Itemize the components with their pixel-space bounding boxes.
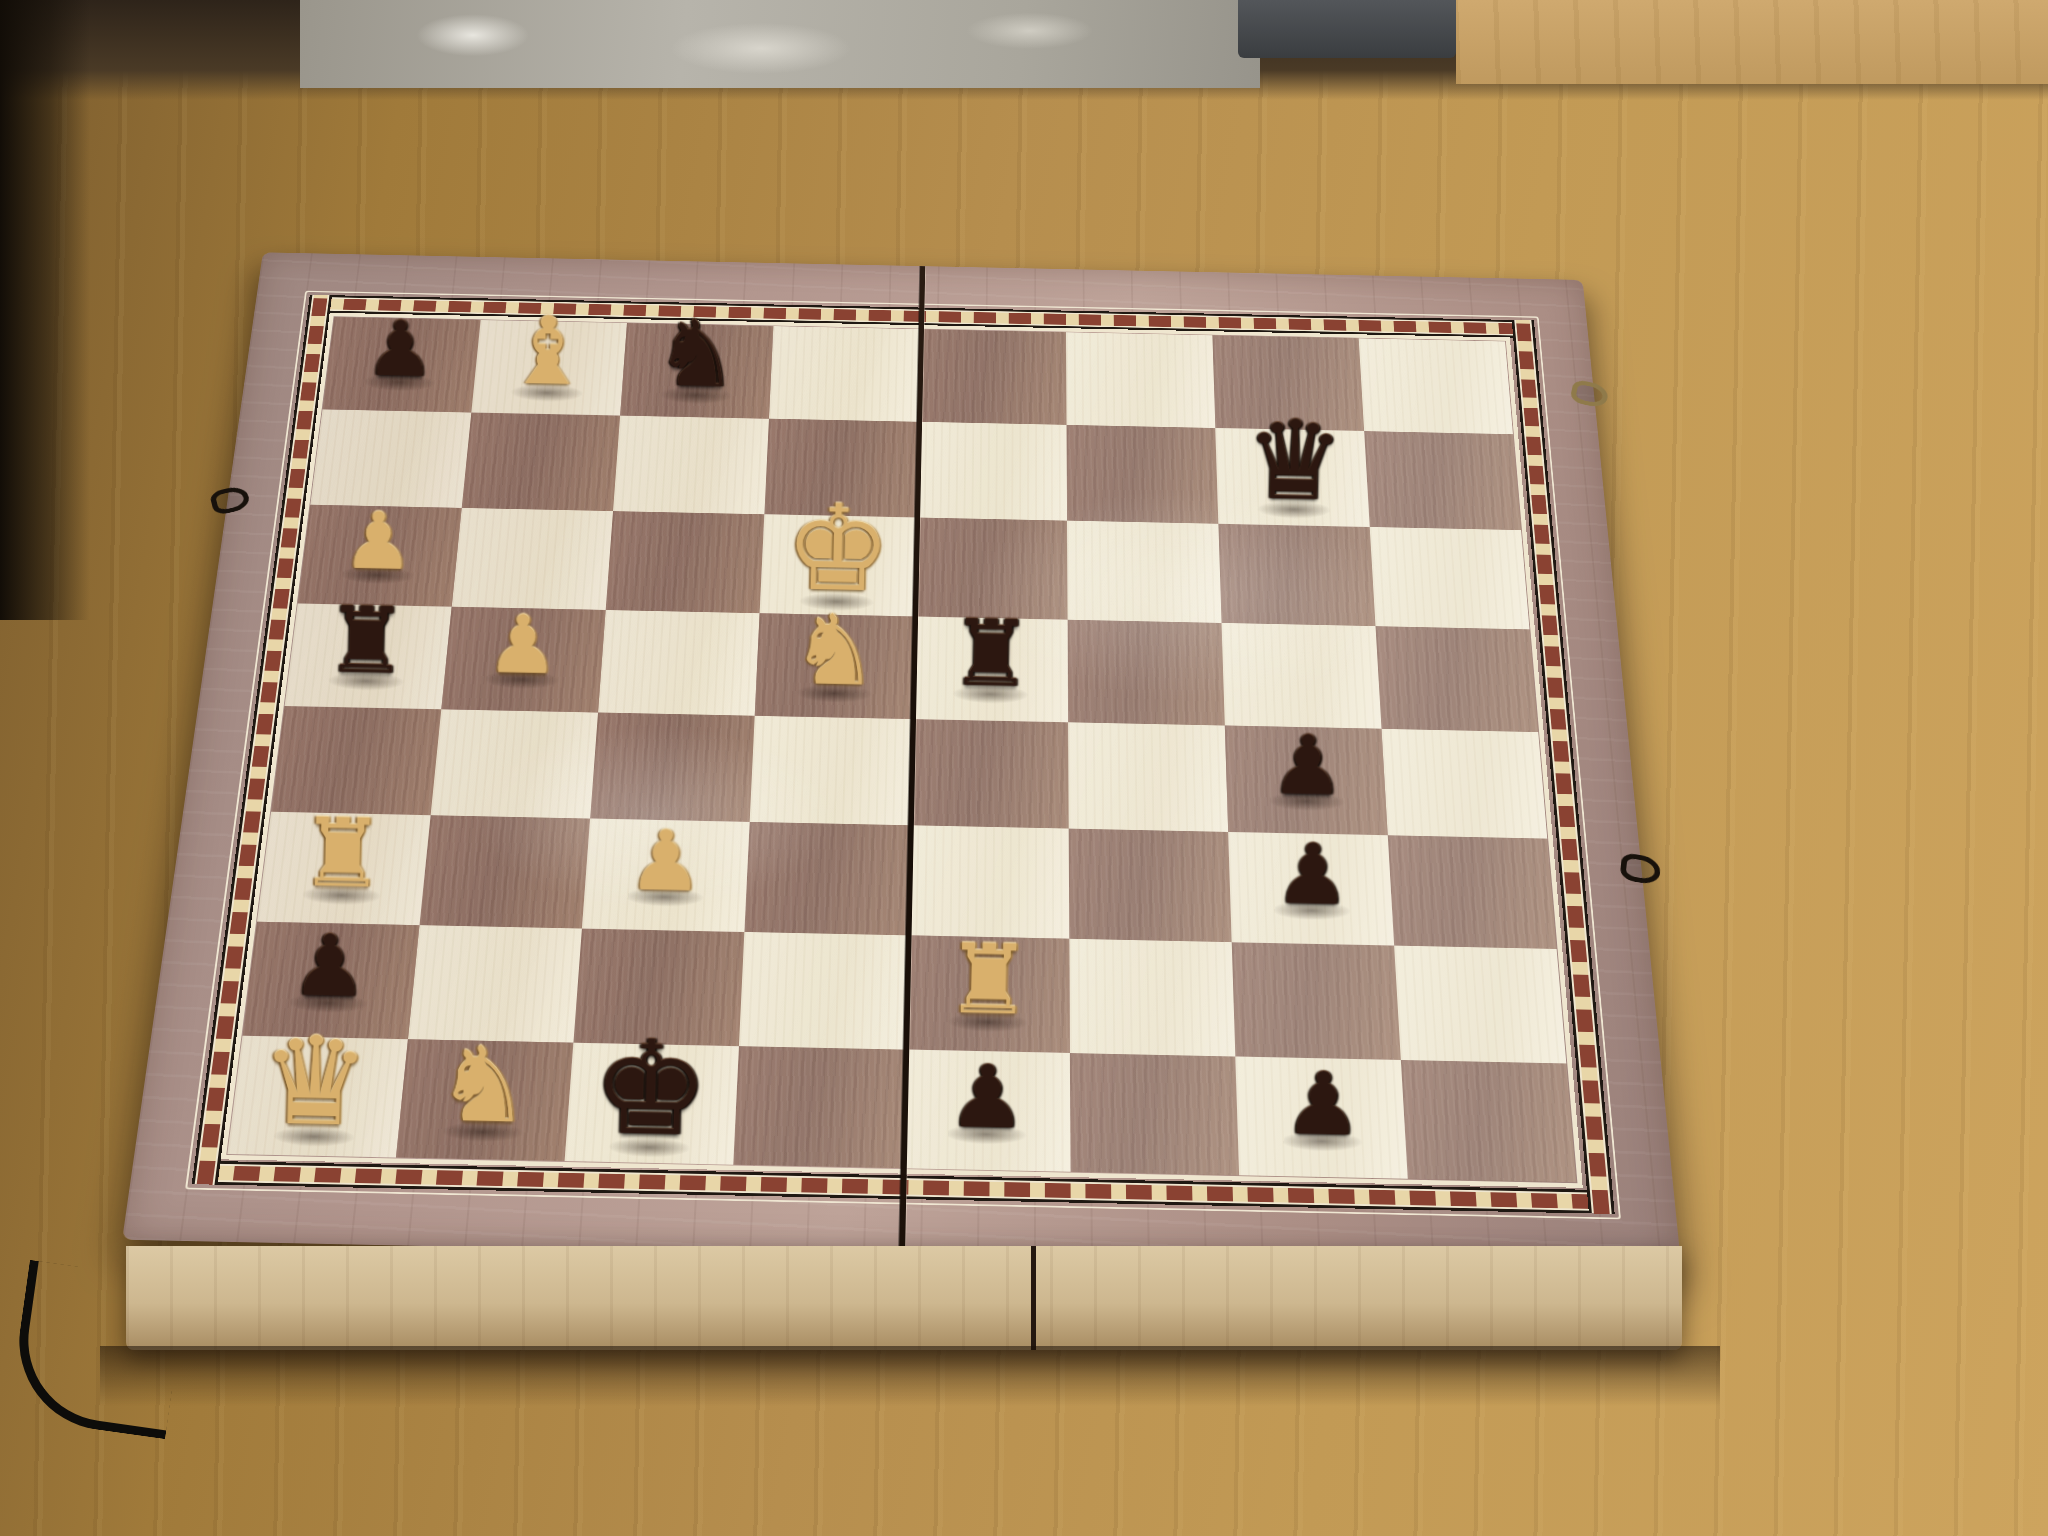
square-f5[interactable] — [1068, 620, 1225, 726]
box-front-face — [126, 1246, 1682, 1350]
black-pawn-g3[interactable]: ♟ — [1274, 832, 1350, 917]
square-e4[interactable] — [909, 719, 1069, 829]
black-pawn-e1[interactable]: ♟ — [948, 1053, 1027, 1141]
square-g3[interactable]: ♟ — [1228, 832, 1394, 946]
white-pawn-b5[interactable]: ♟ — [486, 604, 560, 686]
square-a5[interactable]: ♜ — [285, 604, 452, 710]
square-h7[interactable] — [1364, 431, 1521, 530]
white-pawn-c3[interactable]: ♟ — [627, 819, 703, 904]
square-c6[interactable] — [606, 511, 765, 613]
square-h4[interactable] — [1381, 729, 1547, 839]
white-knight-b1[interactable]: ♞ — [436, 1033, 532, 1139]
box-front-seam — [1031, 1246, 1036, 1350]
square-f4[interactable] — [1068, 722, 1228, 832]
square-b3[interactable] — [419, 815, 590, 928]
square-c4[interactable] — [590, 712, 755, 821]
shadowed-table-edge — [0, 0, 90, 620]
square-e2[interactable]: ♜ — [904, 935, 1069, 1053]
square-g7[interactable]: ♛ — [1215, 428, 1369, 527]
square-f6[interactable] — [1067, 521, 1221, 623]
black-pawn-g1[interactable]: ♟ — [1283, 1060, 1362, 1148]
square-h5[interactable] — [1376, 626, 1539, 732]
light-oak-table — [1456, 0, 2048, 84]
square-a7[interactable] — [310, 409, 471, 508]
square-g4[interactable]: ♟ — [1225, 726, 1388, 836]
square-d5[interactable]: ♞ — [755, 613, 914, 719]
square-h3[interactable] — [1388, 835, 1557, 949]
square-c8[interactable]: ♞ — [620, 323, 773, 419]
black-pawn-a2[interactable]: ♟ — [290, 923, 368, 1009]
white-queen-a1[interactable]: ♛ — [259, 1019, 371, 1143]
square-g2[interactable] — [1232, 942, 1401, 1060]
white-pawn-a6[interactable]: ♟ — [342, 501, 414, 581]
square-e3[interactable] — [907, 825, 1069, 939]
black-queen-g7[interactable]: ♛ — [1244, 404, 1344, 516]
black-knight-c8[interactable]: ♞ — [654, 308, 738, 402]
square-g6[interactable] — [1218, 524, 1375, 626]
square-b5[interactable]: ♟ — [441, 607, 605, 713]
squares-grid: ♟♝♞♛♟♚♜♟♞♜♟♜♟♟♟♜♛♞♚♟♟ — [227, 317, 1576, 1182]
square-c3[interactable]: ♟ — [582, 819, 750, 932]
white-rook-a3[interactable]: ♜ — [298, 805, 385, 901]
square-e5[interactable]: ♜ — [911, 616, 1068, 722]
square-a3[interactable]: ♜ — [257, 812, 431, 925]
black-king-c1[interactable]: ♚ — [591, 1022, 710, 1154]
black-rook-a5[interactable]: ♜ — [324, 594, 408, 687]
white-bishop-b8[interactable]: ♝ — [505, 303, 591, 398]
square-d4[interactable] — [750, 716, 912, 826]
photo-scene: ♟♝♞♛♟♚♜♟♞♜♟♜♟♟♟♜♛♞♚♟♟ — [0, 0, 2048, 1536]
square-c1[interactable]: ♚ — [565, 1043, 739, 1165]
dark-object — [1238, 0, 1456, 58]
square-f8[interactable] — [1066, 332, 1215, 428]
square-d8[interactable] — [769, 326, 920, 422]
square-h6[interactable] — [1370, 527, 1530, 629]
square-f3[interactable] — [1069, 829, 1232, 943]
square-g5[interactable] — [1222, 623, 1382, 729]
square-e8[interactable] — [918, 329, 1067, 425]
black-pawn-a8[interactable]: ♟ — [365, 311, 435, 389]
white-rook-e2[interactable]: ♜ — [944, 931, 1032, 1029]
black-rook-e5[interactable]: ♜ — [949, 608, 1033, 701]
square-b6[interactable] — [452, 508, 613, 610]
black-pawn-g4[interactable]: ♟ — [1270, 724, 1345, 807]
square-b7[interactable] — [462, 412, 620, 511]
square-d1[interactable] — [733, 1046, 904, 1168]
square-d2[interactable] — [739, 932, 907, 1050]
square-e7[interactable] — [916, 422, 1067, 521]
square-a8[interactable]: ♟ — [323, 317, 481, 412]
square-b8[interactable]: ♝ — [471, 320, 627, 415]
chess-board: ♟♝♞♛♟♚♜♟♞♜♟♜♟♟♟♜♛♞♚♟♟ — [122, 252, 1682, 1272]
square-f2[interactable] — [1069, 939, 1235, 1057]
marble-countertop — [300, 0, 1260, 88]
square-c5[interactable] — [598, 610, 760, 716]
board-frame: ♟♝♞♛♟♚♜♟♞♜♟♜♟♟♟♜♛♞♚♟♟ — [122, 252, 1682, 1272]
square-b4[interactable] — [431, 709, 598, 818]
square-c7[interactable] — [613, 416, 769, 515]
box-shadow — [100, 1346, 1720, 1406]
square-h2[interactable] — [1394, 946, 1566, 1064]
square-a1[interactable]: ♛ — [227, 1036, 408, 1158]
white-knight-d5[interactable]: ♞ — [790, 601, 879, 700]
square-d3[interactable] — [744, 822, 909, 935]
square-h8[interactable] — [1359, 338, 1513, 434]
square-f7[interactable] — [1067, 425, 1219, 524]
square-f1[interactable] — [1070, 1053, 1239, 1175]
white-king-d6[interactable]: ♚ — [784, 487, 893, 608]
